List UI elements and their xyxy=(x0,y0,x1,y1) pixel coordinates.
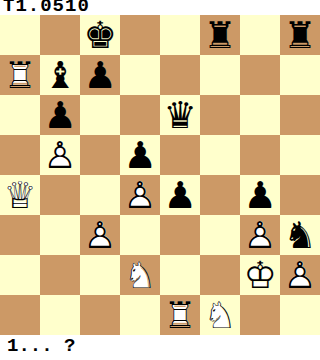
square-h5[interactable] xyxy=(280,135,320,175)
square-b8[interactable] xyxy=(40,15,80,55)
square-d1[interactable] xyxy=(120,295,160,335)
square-b5[interactable]: ♟♙ xyxy=(40,135,80,175)
white-queen-a4: ♛♕ xyxy=(0,175,40,215)
black-pawn-b6: ♟ xyxy=(40,95,80,135)
square-f3[interactable] xyxy=(200,215,240,255)
square-e7[interactable] xyxy=(160,55,200,95)
white-pawn-b5: ♟♙ xyxy=(40,135,80,175)
square-b1[interactable] xyxy=(40,295,80,335)
chess-board: ♚♜♜♜♖♝♟♟♛♟♙♟♛♕♟♙♟♟♟♙♟♙♞♞♘♚♔♟♙♜♖♞♘ xyxy=(0,15,320,335)
square-c2[interactable] xyxy=(80,255,120,295)
square-a5[interactable] xyxy=(0,135,40,175)
black-rook-f8: ♜ xyxy=(200,15,240,55)
square-f4[interactable] xyxy=(200,175,240,215)
square-b6[interactable]: ♟ xyxy=(40,95,80,135)
square-a4[interactable]: ♛♕ xyxy=(0,175,40,215)
square-c4[interactable] xyxy=(80,175,120,215)
square-d2[interactable]: ♞♘ xyxy=(120,255,160,295)
square-c5[interactable] xyxy=(80,135,120,175)
black-queen-e6: ♛ xyxy=(160,95,200,135)
square-c1[interactable] xyxy=(80,295,120,335)
square-a7[interactable]: ♜♖ xyxy=(0,55,40,95)
square-b4[interactable] xyxy=(40,175,80,215)
square-d4[interactable]: ♟♙ xyxy=(120,175,160,215)
square-h7[interactable] xyxy=(280,55,320,95)
square-h3[interactable]: ♞ xyxy=(280,215,320,255)
square-f2[interactable] xyxy=(200,255,240,295)
square-e8[interactable] xyxy=(160,15,200,55)
white-rook-e1: ♜♖ xyxy=(160,295,200,335)
chess-puzzle-window: T1.0510 ♚♜♜♜♖♝♟♟♛♟♙♟♛♕♟♙♟♟♟♙♟♙♞♞♘♚♔♟♙♜♖♞… xyxy=(0,0,320,360)
square-d6[interactable] xyxy=(120,95,160,135)
black-king-c8: ♚ xyxy=(80,15,120,55)
white-knight-f1: ♞♘ xyxy=(200,295,240,335)
square-g1[interactable] xyxy=(240,295,280,335)
white-pawn-c3: ♟♙ xyxy=(80,215,120,255)
square-b2[interactable] xyxy=(40,255,80,295)
square-g8[interactable] xyxy=(240,15,280,55)
square-d5[interactable]: ♟ xyxy=(120,135,160,175)
square-g6[interactable] xyxy=(240,95,280,135)
square-d7[interactable] xyxy=(120,55,160,95)
square-e6[interactable]: ♛ xyxy=(160,95,200,135)
square-g7[interactable] xyxy=(240,55,280,95)
square-c3[interactable]: ♟♙ xyxy=(80,215,120,255)
square-f7[interactable] xyxy=(200,55,240,95)
square-h2[interactable]: ♟♙ xyxy=(280,255,320,295)
white-knight-d2: ♞♘ xyxy=(120,255,160,295)
square-a6[interactable] xyxy=(0,95,40,135)
square-h6[interactable] xyxy=(280,95,320,135)
square-e4[interactable]: ♟ xyxy=(160,175,200,215)
square-a3[interactable] xyxy=(0,215,40,255)
square-c7[interactable]: ♟ xyxy=(80,55,120,95)
black-bishop-b7: ♝ xyxy=(40,55,80,95)
square-g2[interactable]: ♚♔ xyxy=(240,255,280,295)
white-rook-a7: ♜♖ xyxy=(0,55,40,95)
square-f1[interactable]: ♞♘ xyxy=(200,295,240,335)
white-king-g2: ♚♔ xyxy=(240,255,280,295)
square-e5[interactable] xyxy=(160,135,200,175)
black-pawn-e4: ♟ xyxy=(160,175,200,215)
square-c6[interactable] xyxy=(80,95,120,135)
black-pawn-d5: ♟ xyxy=(120,135,160,175)
black-rook-h8: ♜ xyxy=(280,15,320,55)
square-f5[interactable] xyxy=(200,135,240,175)
black-pawn-g4: ♟ xyxy=(240,175,280,215)
square-e3[interactable] xyxy=(160,215,200,255)
square-g4[interactable]: ♟ xyxy=(240,175,280,215)
square-h8[interactable]: ♜ xyxy=(280,15,320,55)
square-e1[interactable]: ♜♖ xyxy=(160,295,200,335)
black-knight-h3: ♞ xyxy=(280,215,320,255)
square-g3[interactable]: ♟♙ xyxy=(240,215,280,255)
white-pawn-g3: ♟♙ xyxy=(240,215,280,255)
square-h4[interactable] xyxy=(280,175,320,215)
square-b3[interactable] xyxy=(40,215,80,255)
square-e2[interactable] xyxy=(160,255,200,295)
square-a2[interactable] xyxy=(0,255,40,295)
square-a1[interactable] xyxy=(0,295,40,335)
black-pawn-c7: ♟ xyxy=(80,55,120,95)
square-d3[interactable] xyxy=(120,215,160,255)
white-pawn-d4: ♟♙ xyxy=(120,175,160,215)
move-prompt: 1... ? xyxy=(7,337,75,356)
square-c8[interactable]: ♚ xyxy=(80,15,120,55)
square-a8[interactable] xyxy=(0,15,40,55)
square-f6[interactable] xyxy=(200,95,240,135)
square-g5[interactable] xyxy=(240,135,280,175)
square-h1[interactable] xyxy=(280,295,320,335)
white-pawn-h2: ♟♙ xyxy=(280,255,320,295)
square-f8[interactable]: ♜ xyxy=(200,15,240,55)
puzzle-id: T1.0510 xyxy=(3,0,90,16)
square-b7[interactable]: ♝ xyxy=(40,55,80,95)
square-d8[interactable] xyxy=(120,15,160,55)
